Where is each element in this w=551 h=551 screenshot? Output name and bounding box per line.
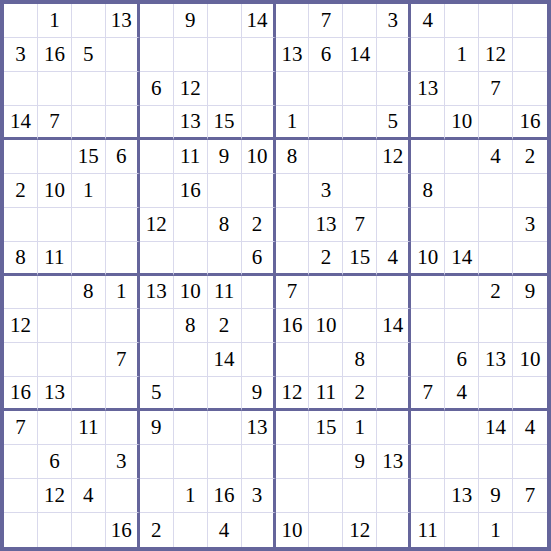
cell-r1c10-given: 7 — [309, 4, 343, 38]
cell-r11c5-empty[interactable] — [140, 343, 174, 377]
cell-r15c11-empty[interactable] — [343, 479, 377, 513]
cell-r14c4-given: 3 — [106, 445, 140, 479]
cell-r13c14-empty[interactable] — [445, 411, 479, 445]
cell-r6c14-empty[interactable] — [445, 174, 479, 208]
cell-r7c13-empty[interactable] — [411, 208, 445, 242]
cell-r4c15-empty[interactable] — [479, 106, 513, 140]
cell-r8c3-empty[interactable] — [72, 242, 106, 276]
cell-r4c7-given: 15 — [208, 106, 242, 140]
cell-r2c12-empty[interactable] — [377, 38, 411, 72]
cell-r6c4-empty[interactable] — [106, 174, 140, 208]
cell-r9c7-given: 11 — [208, 276, 242, 310]
cell-r4c5-empty[interactable] — [140, 106, 174, 140]
cell-r3c4-empty[interactable] — [106, 72, 140, 106]
cell-r1c6-given: 9 — [174, 4, 208, 38]
cell-r15c7-given: 16 — [208, 479, 242, 513]
cell-r7c14-empty[interactable] — [445, 208, 479, 242]
cell-r2c13-empty[interactable] — [411, 38, 445, 72]
cell-r15c8-given: 3 — [242, 479, 276, 513]
cell-r7c1-empty[interactable] — [4, 208, 38, 242]
cell-r13c6-empty[interactable] — [174, 411, 208, 445]
cell-r6c15-empty[interactable] — [479, 174, 513, 208]
cell-r11c12-empty[interactable] — [377, 343, 411, 377]
cell-r9c10-empty[interactable] — [309, 276, 343, 310]
cell-r8c5-empty[interactable] — [140, 242, 174, 276]
cell-r13c9-empty[interactable] — [276, 411, 310, 445]
cell-r9c3-given: 8 — [72, 276, 106, 310]
cell-r10c8-empty[interactable] — [242, 309, 276, 343]
cell-r16c3-empty[interactable] — [72, 513, 106, 547]
cell-r12c7-empty[interactable] — [208, 377, 242, 411]
cell-r8c9-empty[interactable] — [276, 242, 310, 276]
cell-r2c16-empty[interactable] — [513, 38, 547, 72]
cell-r1c14-empty[interactable] — [445, 4, 479, 38]
cell-r16c11-given: 12 — [343, 513, 377, 547]
cell-r4c16-given: 16 — [513, 106, 547, 140]
cell-r6c8-empty[interactable] — [242, 174, 276, 208]
cell-r9c6-given: 10 — [174, 276, 208, 310]
cell-r2c4-empty[interactable] — [106, 38, 140, 72]
cell-r16c16-empty[interactable] — [513, 513, 547, 547]
sudoku-page: 1139147343165136141126121371471315151016… — [0, 0, 551, 551]
cell-r2c14-given: 1 — [445, 38, 479, 72]
cell-r12c14-given: 4 — [445, 377, 479, 411]
cell-r5c4-given: 6 — [106, 140, 140, 174]
cell-r14c3-empty[interactable] — [72, 445, 106, 479]
cell-r9c13-empty[interactable] — [411, 276, 445, 310]
cell-r5c15-given: 4 — [479, 140, 513, 174]
cell-r4c9-given: 1 — [276, 106, 310, 140]
cell-r15c5-empty[interactable] — [140, 479, 174, 513]
cell-r1c13-given: 4 — [411, 4, 445, 38]
cell-r5c2-empty[interactable] — [38, 140, 72, 174]
cell-r7c6-empty[interactable] — [174, 208, 208, 242]
cell-r2c6-empty[interactable] — [174, 38, 208, 72]
cell-r2c5-empty[interactable] — [140, 38, 174, 72]
cell-r10c3-empty[interactable] — [72, 309, 106, 343]
cell-r3c8-empty[interactable] — [242, 72, 276, 106]
cell-r7c3-empty[interactable] — [72, 208, 106, 242]
cell-r14c6-empty[interactable] — [174, 445, 208, 479]
cell-r1c3-empty[interactable] — [72, 4, 106, 38]
cell-r3c5-given: 6 — [140, 72, 174, 106]
cell-r9c8-empty[interactable] — [242, 276, 276, 310]
cell-r2c9-given: 13 — [276, 38, 310, 72]
cell-r10c6-given: 8 — [174, 309, 208, 343]
cell-r9c2-empty[interactable] — [38, 276, 72, 310]
cell-r2c7-empty[interactable] — [208, 38, 242, 72]
cell-r11c3-empty[interactable] — [72, 343, 106, 377]
cell-r1c8-given: 14 — [242, 4, 276, 38]
cell-r12c2-given: 13 — [38, 377, 72, 411]
cell-r12c3-empty[interactable] — [72, 377, 106, 411]
cell-r7c15-empty[interactable] — [479, 208, 513, 242]
cell-r9c1-empty[interactable] — [4, 276, 38, 310]
cell-r8c11-given: 15 — [343, 242, 377, 276]
cell-r13c3-given: 11 — [72, 411, 106, 445]
cell-r12c8-given: 9 — [242, 377, 276, 411]
cell-r5c8-given: 10 — [242, 140, 276, 174]
cell-r12c9-given: 12 — [276, 377, 310, 411]
cell-r12c12-empty[interactable] — [377, 377, 411, 411]
cell-r15c3-given: 4 — [72, 479, 106, 513]
cell-r4c8-empty[interactable] — [242, 106, 276, 140]
cell-r11c10-empty[interactable] — [309, 343, 343, 377]
cell-r8c1-given: 8 — [4, 242, 38, 276]
cell-r2c1-given: 3 — [4, 38, 38, 72]
cell-r11c2-empty[interactable] — [38, 343, 72, 377]
cell-r3c3-empty[interactable] — [72, 72, 106, 106]
cell-r10c13-empty[interactable] — [411, 309, 445, 343]
cell-r13c12-empty[interactable] — [377, 411, 411, 445]
cell-r16c14-empty[interactable] — [445, 513, 479, 547]
cell-r10c12-given: 14 — [377, 309, 411, 343]
cell-r4c1-given: 14 — [4, 106, 38, 140]
cell-r6c13-given: 8 — [411, 174, 445, 208]
cell-r13c16-given: 4 — [513, 411, 547, 445]
cell-r14c13-empty[interactable] — [411, 445, 445, 479]
cell-r14c2-given: 6 — [38, 445, 72, 479]
cell-r11c15-given: 13 — [479, 343, 513, 377]
cell-r10c14-empty[interactable] — [445, 309, 479, 343]
cell-r13c10-given: 15 — [309, 411, 343, 445]
cell-r13c15-given: 14 — [479, 411, 513, 445]
cell-r3c11-empty[interactable] — [343, 72, 377, 106]
cell-r15c4-empty[interactable] — [106, 479, 140, 513]
cell-r8c16-empty[interactable] — [513, 242, 547, 276]
cell-r6c6-given: 16 — [174, 174, 208, 208]
cell-r3c6-given: 12 — [174, 72, 208, 106]
cell-r9c11-empty[interactable] — [343, 276, 377, 310]
cell-r6c7-empty[interactable] — [208, 174, 242, 208]
cell-r11c13-empty[interactable] — [411, 343, 445, 377]
cell-r16c2-empty[interactable] — [38, 513, 72, 547]
cell-r1c9-empty[interactable] — [276, 4, 310, 38]
cell-r4c14-given: 10 — [445, 106, 479, 140]
cell-r3c10-empty[interactable] — [309, 72, 343, 106]
cell-r14c14-empty[interactable] — [445, 445, 479, 479]
cell-r4c4-empty[interactable] — [106, 106, 140, 140]
cell-r1c7-empty[interactable] — [208, 4, 242, 38]
cell-r5c1-empty[interactable] — [4, 140, 38, 174]
cell-r15c14-given: 13 — [445, 479, 479, 513]
cell-r11c9-empty[interactable] — [276, 343, 310, 377]
cell-r12c6-empty[interactable] — [174, 377, 208, 411]
cell-r13c7-empty[interactable] — [208, 411, 242, 445]
cell-r5c6-given: 11 — [174, 140, 208, 174]
cell-r7c5-given: 12 — [140, 208, 174, 242]
cell-r9c12-empty[interactable] — [377, 276, 411, 310]
cell-r2c2-given: 16 — [38, 38, 72, 72]
cell-r10c7-given: 2 — [208, 309, 242, 343]
cell-r3c7-empty[interactable] — [208, 72, 242, 106]
cell-r1c11-empty[interactable] — [343, 4, 377, 38]
cell-r2c3-given: 5 — [72, 38, 106, 72]
cell-r13c5-given: 9 — [140, 411, 174, 445]
cell-r15c2-given: 12 — [38, 479, 72, 513]
cell-r16c13-given: 11 — [411, 513, 445, 547]
cell-r5c9-given: 8 — [276, 140, 310, 174]
cell-r3c16-empty[interactable] — [513, 72, 547, 106]
cell-r3c9-empty[interactable] — [276, 72, 310, 106]
cell-r3c2-empty[interactable] — [38, 72, 72, 106]
cell-r11c6-empty[interactable] — [174, 343, 208, 377]
cell-r8c8-given: 6 — [242, 242, 276, 276]
cell-r14c12-given: 13 — [377, 445, 411, 479]
cell-r2c15-given: 12 — [479, 38, 513, 72]
cell-r1c16-empty[interactable] — [513, 4, 547, 38]
cell-r14c15-empty[interactable] — [479, 445, 513, 479]
cell-r6c11-empty[interactable] — [343, 174, 377, 208]
cell-r8c15-empty[interactable] — [479, 242, 513, 276]
cell-r3c1-empty[interactable] — [4, 72, 38, 106]
cell-r12c1-given: 16 — [4, 377, 38, 411]
cell-r15c16-given: 7 — [513, 479, 547, 513]
cell-r12c10-given: 11 — [309, 377, 343, 411]
cell-r8c4-empty[interactable] — [106, 242, 140, 276]
cell-r6c2-given: 10 — [38, 174, 72, 208]
cell-r3c12-empty[interactable] — [377, 72, 411, 106]
cell-r9c4-given: 1 — [106, 276, 140, 310]
cell-r10c16-empty[interactable] — [513, 309, 547, 343]
cell-r5c13-empty[interactable] — [411, 140, 445, 174]
cell-r7c4-empty[interactable] — [106, 208, 140, 242]
cell-r11c8-empty[interactable] — [242, 343, 276, 377]
cell-r12c16-empty[interactable] — [513, 377, 547, 411]
cell-r13c1-given: 7 — [4, 411, 38, 445]
cell-r5c14-empty[interactable] — [445, 140, 479, 174]
cell-r16c12-empty[interactable] — [377, 513, 411, 547]
cell-r7c16-given: 3 — [513, 208, 547, 242]
cell-r6c12-empty[interactable] — [377, 174, 411, 208]
cell-r14c10-empty[interactable] — [309, 445, 343, 479]
cell-r7c2-empty[interactable] — [38, 208, 72, 242]
cell-r16c7-given: 4 — [208, 513, 242, 547]
cell-r1c12-given: 3 — [377, 4, 411, 38]
cell-r1c5-empty[interactable] — [140, 4, 174, 38]
cell-r4c12-given: 5 — [377, 106, 411, 140]
cell-r5c5-empty[interactable] — [140, 140, 174, 174]
cell-r1c2-given: 1 — [38, 4, 72, 38]
cell-r11c4-given: 7 — [106, 343, 140, 377]
cell-r1c4-given: 13 — [106, 4, 140, 38]
cell-r6c9-empty[interactable] — [276, 174, 310, 208]
cell-r7c11-given: 7 — [343, 208, 377, 242]
cell-r7c10-given: 13 — [309, 208, 343, 242]
cell-r3c14-empty[interactable] — [445, 72, 479, 106]
cell-r9c9-given: 7 — [276, 276, 310, 310]
cell-r13c8-given: 13 — [242, 411, 276, 445]
cell-r7c9-empty[interactable] — [276, 208, 310, 242]
cell-r15c1-empty[interactable] — [4, 479, 38, 513]
cell-r2c8-empty[interactable] — [242, 38, 276, 72]
cell-r8c12-given: 4 — [377, 242, 411, 276]
cell-r12c5-given: 5 — [140, 377, 174, 411]
cell-r15c6-given: 1 — [174, 479, 208, 513]
cell-r4c11-empty[interactable] — [343, 106, 377, 140]
cell-r8c6-empty[interactable] — [174, 242, 208, 276]
cell-r8c14-given: 14 — [445, 242, 479, 276]
cell-r10c10-given: 10 — [309, 309, 343, 343]
cell-r12c15-empty[interactable] — [479, 377, 513, 411]
cell-r14c7-empty[interactable] — [208, 445, 242, 479]
cell-r13c4-empty[interactable] — [106, 411, 140, 445]
cell-r10c9-given: 16 — [276, 309, 310, 343]
cell-r16c8-empty[interactable] — [242, 513, 276, 547]
cell-r14c1-empty[interactable] — [4, 445, 38, 479]
cell-r10c5-empty[interactable] — [140, 309, 174, 343]
cell-r16c6-empty[interactable] — [174, 513, 208, 547]
cell-r2c10-given: 6 — [309, 38, 343, 72]
cell-r16c9-given: 10 — [276, 513, 310, 547]
cell-r16c4-given: 16 — [106, 513, 140, 547]
cell-r9c14-empty[interactable] — [445, 276, 479, 310]
cell-r16c10-empty[interactable] — [309, 513, 343, 547]
cell-r16c5-given: 2 — [140, 513, 174, 547]
cell-r3c15-given: 7 — [479, 72, 513, 106]
cell-r9c5-given: 13 — [140, 276, 174, 310]
cell-r13c13-empty[interactable] — [411, 411, 445, 445]
sudoku-board: 1139147343165136141126121371471315151016… — [0, 0, 551, 551]
cell-r13c11-given: 1 — [343, 411, 377, 445]
cell-r9c16-given: 9 — [513, 276, 547, 310]
cell-r5c10-empty[interactable] — [309, 140, 343, 174]
cell-r7c7-given: 8 — [208, 208, 242, 242]
cell-r4c3-empty[interactable] — [72, 106, 106, 140]
cell-r15c9-empty[interactable] — [276, 479, 310, 513]
cell-r11c14-given: 6 — [445, 343, 479, 377]
cell-r14c9-empty[interactable] — [276, 445, 310, 479]
cell-r6c1-given: 2 — [4, 174, 38, 208]
cell-r5c7-given: 9 — [208, 140, 242, 174]
cell-r5c11-empty[interactable] — [343, 140, 377, 174]
cell-r8c2-given: 11 — [38, 242, 72, 276]
cell-r10c2-empty[interactable] — [38, 309, 72, 343]
cell-r6c5-empty[interactable] — [140, 174, 174, 208]
cell-r4c6-given: 13 — [174, 106, 208, 140]
cell-r12c11-given: 2 — [343, 377, 377, 411]
cell-r15c10-empty[interactable] — [309, 479, 343, 513]
cell-r10c15-empty[interactable] — [479, 309, 513, 343]
cell-r3c13-given: 13 — [411, 72, 445, 106]
cell-r12c13-given: 7 — [411, 377, 445, 411]
cell-r6c16-empty[interactable] — [513, 174, 547, 208]
cell-r8c10-given: 2 — [309, 242, 343, 276]
cell-r14c11-given: 9 — [343, 445, 377, 479]
cell-r5c3-given: 15 — [72, 140, 106, 174]
cell-r8c7-empty[interactable] — [208, 242, 242, 276]
cell-r15c13-empty[interactable] — [411, 479, 445, 513]
cell-r7c12-empty[interactable] — [377, 208, 411, 242]
cell-r4c2-given: 7 — [38, 106, 72, 140]
cell-r10c11-empty[interactable] — [343, 309, 377, 343]
cell-r11c7-given: 14 — [208, 343, 242, 377]
cell-r2c11-given: 14 — [343, 38, 377, 72]
cell-r1c15-empty[interactable] — [479, 4, 513, 38]
cell-r7c8-given: 2 — [242, 208, 276, 242]
cell-r6c10-given: 3 — [309, 174, 343, 208]
cell-r11c1-empty[interactable] — [4, 343, 38, 377]
cell-r5c16-given: 2 — [513, 140, 547, 174]
cell-r14c8-empty[interactable] — [242, 445, 276, 479]
cell-r14c16-empty[interactable] — [513, 445, 547, 479]
cell-r8c13-given: 10 — [411, 242, 445, 276]
cell-r11c11-given: 8 — [343, 343, 377, 377]
cell-r12c4-empty[interactable] — [106, 377, 140, 411]
cell-r16c15-given: 1 — [479, 513, 513, 547]
cell-r10c1-given: 12 — [4, 309, 38, 343]
cell-r15c12-empty[interactable] — [377, 479, 411, 513]
cell-r5c12-given: 12 — [377, 140, 411, 174]
cell-r16c1-empty[interactable] — [4, 513, 38, 547]
cell-r15c15-given: 9 — [479, 479, 513, 513]
cell-r13c2-empty[interactable] — [38, 411, 72, 445]
cell-r11c16-given: 10 — [513, 343, 547, 377]
cell-r1c1-empty[interactable] — [4, 4, 38, 38]
cell-r9c15-given: 2 — [479, 276, 513, 310]
cell-r6c3-given: 1 — [72, 174, 106, 208]
cell-r10c4-empty[interactable] — [106, 309, 140, 343]
cell-r14c5-empty[interactable] — [140, 445, 174, 479]
cell-r4c13-empty[interactable] — [411, 106, 445, 140]
cell-r4c10-empty[interactable] — [309, 106, 343, 140]
